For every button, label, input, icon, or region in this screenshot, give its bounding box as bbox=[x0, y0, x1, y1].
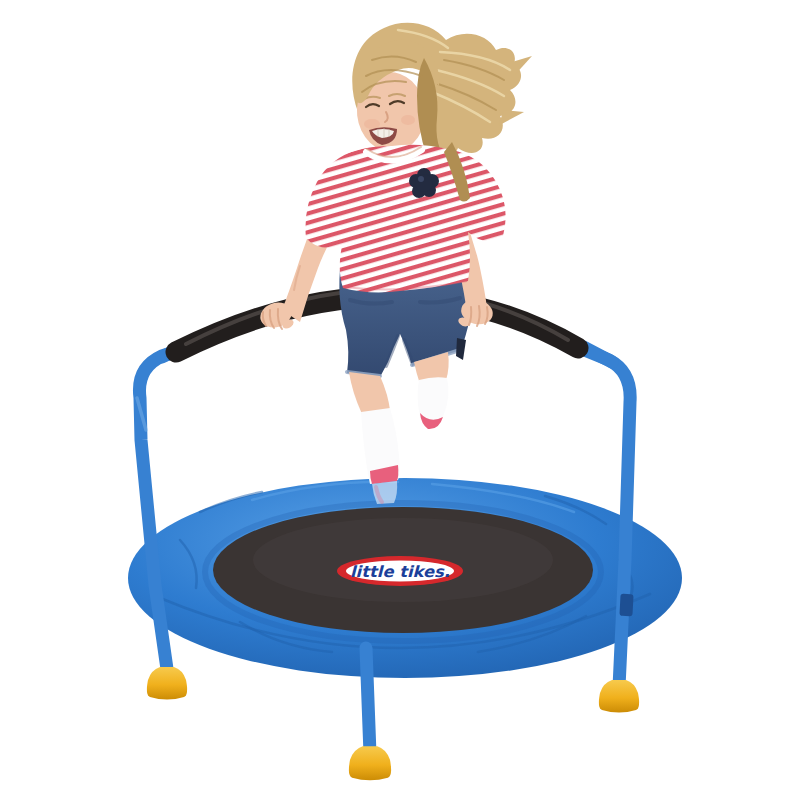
foot-right bbox=[599, 680, 639, 713]
foot-left bbox=[147, 667, 187, 700]
foot-front bbox=[349, 746, 391, 780]
scene-svg: little tikes. bbox=[0, 0, 790, 790]
logo-text: little tikes. bbox=[350, 563, 450, 581]
brand-logo: little tikes. bbox=[337, 556, 463, 586]
frame-leg-front bbox=[366, 648, 370, 754]
product-photo: little tikes. bbox=[0, 0, 790, 790]
frame-joint bbox=[619, 594, 633, 617]
